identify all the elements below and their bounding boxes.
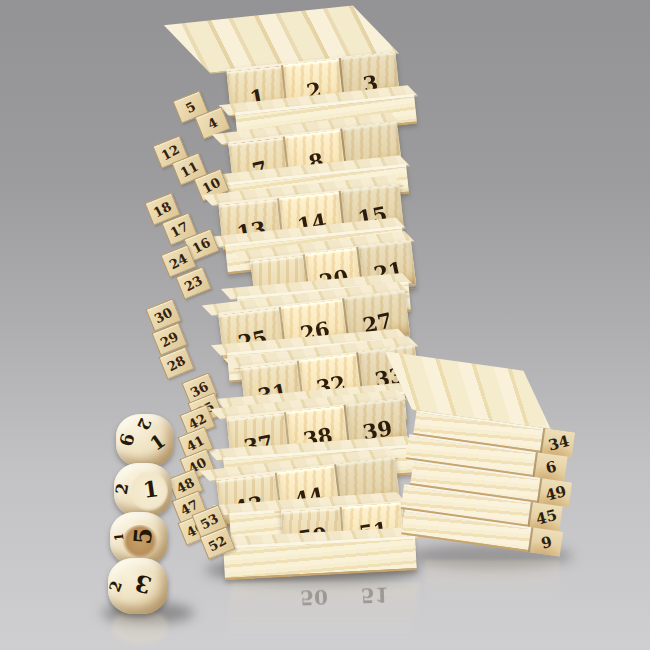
block-number: 4 (205, 114, 220, 131)
side-pile: 34649459 (389, 354, 606, 574)
block-number: 29 (158, 328, 181, 350)
block-number: 45 (534, 505, 559, 528)
block-number: 28 (165, 352, 188, 374)
die-4: 23 (108, 558, 168, 614)
bottom-row-reflection-numbers: 50 51 (300, 582, 389, 609)
block-number: 24 (167, 250, 190, 272)
die-face-number: 5 (131, 527, 156, 546)
block-number: 9 (539, 532, 553, 552)
die-2: 21 (114, 463, 172, 517)
dice-reflection (112, 610, 168, 644)
die-face-number: 2 (114, 482, 132, 496)
die-1: 261 (116, 414, 174, 467)
die-face-number: 3 (132, 571, 153, 597)
block-number: 30 (152, 304, 175, 326)
block-number: 34 (546, 431, 571, 454)
die-face-number: 2 (134, 416, 153, 433)
block-number: 49 (543, 482, 568, 505)
block-number: 52 (206, 532, 229, 554)
die-face-number: 6 (117, 432, 138, 449)
die-face-number: 1 (113, 532, 126, 541)
die-face-number: 1 (142, 477, 160, 501)
block-number: 16 (190, 234, 213, 256)
block-number: 5 (183, 98, 198, 115)
die-face-number: 2 (107, 579, 125, 594)
scene: 50 51 1235478121110131415181716202124232… (0, 0, 650, 650)
block-number: 6 (544, 457, 558, 477)
block-number: 53 (198, 510, 221, 532)
die-face-number: 1 (147, 431, 169, 454)
pile-block-end: 9 (528, 527, 563, 556)
block-number: 18 (151, 198, 174, 220)
block-number: 23 (182, 272, 205, 294)
